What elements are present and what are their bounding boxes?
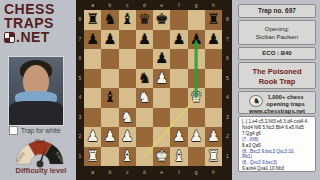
square-b2[interactable]: ♟ — [101, 127, 118, 147]
square-f5[interactable] — [170, 69, 187, 89]
white-pawn[interactable]: ♟ — [86, 127, 99, 147]
square-h2[interactable]: ♟ — [205, 127, 222, 147]
square-h1[interactable]: ♜ — [205, 147, 222, 167]
coord-label: e — [153, 2, 170, 8]
coord-label: 2 — [76, 127, 84, 147]
coord-label: d — [136, 2, 153, 8]
coord-label: 3 — [223, 108, 232, 128]
white-bishop[interactable]: ♝ — [121, 147, 134, 167]
trap-for-white-checkbox[interactable] — [9, 126, 18, 135]
difficulty-level-label: Difficulty level — [2, 166, 80, 175]
white-knight[interactable]: ♞ — [121, 108, 134, 128]
rank-labels-left: 87654321 — [76, 10, 84, 166]
move-list-box[interactable]: [..] 1.e4 c5 2.Nf3 e6 3.d4 cxd4 4.Nxd4 N… — [238, 116, 316, 172]
move-line: 9.axb4 Qxa1 10.Nb3 — [242, 166, 315, 172]
square-a2[interactable]: ♟ — [84, 127, 101, 147]
square-d1[interactable] — [136, 147, 153, 167]
white-king[interactable]: ♚ — [155, 147, 168, 167]
square-e4[interactable] — [153, 88, 170, 108]
square-c8[interactable]: ♝ — [119, 10, 136, 30]
square-e8[interactable]: ♚ — [153, 10, 170, 30]
coord-label: g — [188, 2, 205, 8]
black-king[interactable]: ♚ — [155, 10, 168, 30]
logo-line-3: .NET — [4, 30, 78, 44]
opening-name: Sicilian Paulsen — [239, 33, 315, 41]
square-f1[interactable]: ♝ — [170, 147, 187, 167]
black-knight[interactable]: ♞ — [138, 69, 151, 89]
site-logo: CHESS TRAPS .NET — [4, 2, 78, 44]
square-d5[interactable]: ♞ — [136, 69, 153, 89]
coord-label: b — [101, 169, 118, 175]
square-d4[interactable]: ♞ — [136, 88, 153, 108]
coord-label: 3 — [76, 108, 84, 128]
coord-label: e — [153, 169, 170, 175]
square-g1[interactable] — [188, 147, 205, 167]
square-d6[interactable] — [136, 49, 153, 69]
white-pawn[interactable]: ♟ — [190, 127, 203, 147]
trap-title-line-1: The Poisoned — [239, 67, 315, 77]
black-rook[interactable]: ♜ — [86, 10, 99, 30]
white-pawn[interactable]: ♟ — [103, 127, 116, 147]
black-pawn[interactable]: ♟ — [155, 49, 168, 69]
trap-title-line-2: Rook Trap — [239, 77, 315, 87]
white-pawn[interactable]: ♟ — [121, 127, 134, 147]
square-e3[interactable] — [153, 108, 170, 128]
square-g4[interactable]: ♛ — [188, 88, 205, 108]
coord-label: g — [188, 169, 205, 175]
website-url[interactable]: www.chesstraps.net — [239, 108, 315, 115]
square-b1[interactable] — [101, 147, 118, 167]
square-g5[interactable] — [188, 69, 205, 89]
coord-label: 8 — [223, 10, 232, 30]
file-labels-bottom: abcdefgh — [84, 169, 222, 175]
coord-label: f — [170, 169, 187, 175]
chesstraps-oval-logo: ♞ — [249, 95, 263, 107]
square-b7[interactable]: ♟ — [101, 30, 118, 50]
black-bishop[interactable]: ♝ — [121, 10, 134, 30]
square-d7[interactable]: ♟ — [136, 30, 153, 50]
rank-labels-right: 87654321 — [223, 10, 232, 166]
trap-for-white-label: Trap for white — [21, 127, 61, 134]
square-e1[interactable]: ♚ — [153, 147, 170, 167]
coord-label: 6 — [76, 49, 84, 69]
coord-label: 7 — [76, 30, 84, 50]
promo-box: ♞ 1,000+ chess opening traps www.chesstr… — [238, 91, 316, 114]
square-g3[interactable] — [188, 108, 205, 128]
white-pawn[interactable]: ♟ — [207, 127, 220, 147]
trap-for-white-row: Trap for white — [9, 126, 79, 135]
black-knight[interactable]: ♞ — [103, 10, 116, 30]
logo-line-1: CHESS — [4, 2, 78, 16]
checkered-flag-icon — [4, 32, 15, 43]
trap-number-box: Trap no. 697 — [238, 4, 316, 18]
coord-label: f — [170, 2, 187, 8]
square-a1[interactable]: ♜ — [84, 147, 101, 167]
square-d2[interactable] — [136, 127, 153, 147]
square-f3[interactable] — [170, 108, 187, 128]
coord-label: 7 — [223, 30, 232, 50]
black-pawn[interactable]: ♟ — [207, 30, 220, 50]
black-queen[interactable]: ♛ — [138, 10, 151, 30]
coord-label: h — [205, 169, 222, 175]
square-a6[interactable] — [84, 49, 101, 69]
coord-label: 1 — [223, 147, 232, 167]
square-f8[interactable] — [170, 10, 187, 30]
square-a4[interactable] — [84, 88, 101, 108]
coord-label: b — [101, 2, 118, 8]
coord-label: 1 — [76, 147, 84, 167]
coord-label: 6 — [223, 49, 232, 69]
coord-label: 8 — [76, 10, 84, 30]
black-pawn[interactable]: ♟ — [138, 30, 151, 50]
square-c1[interactable]: ♝ — [119, 147, 136, 167]
white-pawn[interactable]: ♟ — [155, 69, 168, 89]
chess-board: abcdefgh abcdefgh 87654321 87654321 ♜♞♝♛… — [76, 0, 232, 180]
black-pawn[interactable]: ♟ — [190, 30, 203, 50]
square-c3[interactable]: ♞ — [119, 108, 136, 128]
black-pawn[interactable]: ♟ — [172, 30, 185, 50]
logo-line-2: TRAPS — [4, 16, 78, 30]
white-pawn[interactable]: ♟ — [172, 127, 185, 147]
square-b4[interactable]: ♝ — [101, 88, 118, 108]
trap-number: Trap no. 697 — [258, 7, 296, 14]
square-c6[interactable] — [119, 49, 136, 69]
board-grid: ♜♞♝♛♚♜♟♟♟♟♟♟♟♞♟♝♞♛♞♟♟♟♟♟♟♜♝♚♝♜ — [84, 10, 222, 166]
coord-label: a — [84, 169, 101, 175]
presenter-body — [9, 101, 63, 125]
black-pawn[interactable]: ♟ — [103, 30, 116, 50]
white-queen[interactable]: ♛ — [190, 88, 203, 108]
eco-box: ECO : B40 — [238, 47, 316, 60]
coord-label: d — [136, 169, 153, 175]
square-b8[interactable]: ♞ — [101, 10, 118, 30]
square-h7[interactable]: ♟ — [205, 30, 222, 50]
white-rook[interactable]: ♜ — [207, 147, 220, 167]
gauge-med-label: Med — [35, 139, 45, 144]
black-pawn[interactable]: ♟ — [86, 30, 99, 50]
square-g7[interactable]: ♟ — [188, 30, 205, 50]
square-b3[interactable] — [101, 108, 118, 128]
coord-label: 5 — [76, 69, 84, 89]
opening-label: Opening: — [239, 25, 315, 33]
square-a5[interactable] — [84, 69, 101, 89]
logo-suffix: .NET — [16, 29, 50, 45]
coord-label: c — [119, 2, 136, 8]
file-labels-top: abcdefgh — [84, 2, 222, 8]
square-a7[interactable]: ♟ — [84, 30, 101, 50]
square-h4[interactable] — [205, 88, 222, 108]
eco-code: ECO : B40 — [262, 50, 291, 56]
white-knight[interactable]: ♞ — [138, 88, 151, 108]
square-c5[interactable] — [119, 69, 136, 89]
square-d8[interactable]: ♛ — [136, 10, 153, 30]
square-f2[interactable]: ♟ — [170, 127, 187, 147]
square-f7[interactable]: ♟ — [170, 30, 187, 50]
square-a3[interactable] — [84, 108, 101, 128]
black-rook[interactable]: ♜ — [207, 10, 220, 30]
square-d3[interactable] — [136, 108, 153, 128]
square-c4[interactable] — [119, 88, 136, 108]
square-a8[interactable]: ♜ — [84, 10, 101, 30]
square-e6[interactable]: ♟ — [153, 49, 170, 69]
square-h3[interactable] — [205, 108, 222, 128]
square-e7[interactable] — [153, 30, 170, 50]
square-e5[interactable]: ♟ — [153, 69, 170, 89]
coord-label: 4 — [76, 88, 84, 108]
square-h8[interactable]: ♜ — [205, 10, 222, 30]
coord-label: 4 — [223, 88, 232, 108]
coord-label: 2 — [223, 127, 232, 147]
black-bishop[interactable]: ♝ — [103, 88, 116, 108]
square-f4[interactable] — [170, 88, 187, 108]
white-bishop[interactable]: ♝ — [172, 147, 185, 167]
promo-line-1: 1,000+ chess — [266, 94, 304, 101]
white-rook[interactable]: ♜ — [86, 147, 99, 167]
promo-line-2: opening traps — [266, 101, 304, 108]
coord-label: h — [205, 2, 222, 8]
square-h5[interactable] — [205, 69, 222, 89]
coord-label: 5 — [223, 69, 232, 89]
difficulty-gauge: Easy Med Hard — [11, 137, 69, 168]
square-c2[interactable]: ♟ — [119, 127, 136, 147]
square-e2[interactable] — [153, 127, 170, 147]
coord-label: c — [119, 169, 136, 175]
square-g2[interactable]: ♟ — [188, 127, 205, 147]
square-b5[interactable] — [101, 69, 118, 89]
coord-label: a — [84, 2, 101, 8]
presenter-photo — [8, 56, 64, 126]
square-c7[interactable] — [119, 30, 136, 50]
square-h6[interactable] — [205, 49, 222, 69]
square-b6[interactable] — [101, 49, 118, 69]
square-g8[interactable] — [188, 10, 205, 30]
opening-box: Opening: Sicilian Paulsen — [238, 20, 316, 45]
square-f6[interactable] — [170, 49, 187, 69]
trap-title-box: The Poisoned Rook Trap — [238, 62, 316, 89]
square-g6[interactable] — [188, 49, 205, 69]
